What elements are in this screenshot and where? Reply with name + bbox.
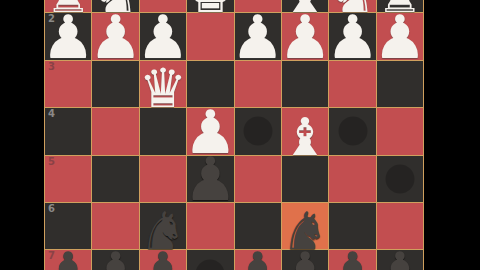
- square-c4[interactable]: ♝: [282, 108, 328, 154]
- square-c2[interactable]: ♟: [282, 13, 328, 59]
- square-f2[interactable]: ♟: [140, 13, 186, 59]
- square-g7[interactable]: ♟: [92, 250, 138, 270]
- square-a4[interactable]: [377, 108, 423, 154]
- square-h7[interactable]: 7♟: [45, 250, 91, 270]
- square-a3[interactable]: [377, 61, 423, 107]
- piece-white-pawn[interactable]: ♟: [373, 7, 427, 67]
- square-e7[interactable]: [187, 250, 233, 270]
- square-f5[interactable]: [140, 156, 186, 202]
- square-h5[interactable]: 5: [45, 156, 91, 202]
- square-d5[interactable]: [235, 156, 281, 202]
- piece-black-pawn[interactable]: ♟: [136, 244, 190, 270]
- piece-white-pawn[interactable]: ♟: [231, 7, 285, 67]
- square-e1[interactable]: ♚: [187, 0, 233, 12]
- legal-move-dot-b4[interactable]: [338, 117, 367, 146]
- square-d4[interactable]: [235, 108, 281, 154]
- chess-board: ♜♞♚♝♞♜2♟♟♟♟♟♟♟3♛4♟♝5♟6♞♞7♟♟♟♟♟♟♟♜♝♚♛♝♜: [44, 0, 424, 270]
- square-c3[interactable]: [282, 61, 328, 107]
- piece-black-pawn[interactable]: ♟: [231, 244, 285, 270]
- piece-white-pawn[interactable]: ♟: [41, 7, 95, 67]
- square-b2[interactable]: ♟: [329, 13, 375, 59]
- square-b3[interactable]: [329, 61, 375, 107]
- square-b4[interactable]: [329, 108, 375, 154]
- square-e6[interactable]: [187, 203, 233, 249]
- piece-black-pawn[interactable]: ♟: [326, 244, 380, 270]
- square-e2[interactable]: [187, 13, 233, 59]
- legal-move-dot-e7[interactable]: [196, 259, 225, 270]
- square-d3[interactable]: [235, 61, 281, 107]
- square-g5[interactable]: [92, 156, 138, 202]
- square-g3[interactable]: [92, 61, 138, 107]
- square-a2[interactable]: ♟: [377, 13, 423, 59]
- square-g4[interactable]: [92, 108, 138, 154]
- square-a5[interactable]: [377, 156, 423, 202]
- square-c5[interactable]: [282, 156, 328, 202]
- square-b7[interactable]: ♟: [329, 250, 375, 270]
- piece-white-pawn[interactable]: ♟: [326, 7, 380, 67]
- rank-label-5: 5: [48, 157, 55, 167]
- legal-move-dot-a5[interactable]: [385, 164, 414, 193]
- piece-white-pawn[interactable]: ♟: [278, 7, 332, 67]
- square-d2[interactable]: ♟: [235, 13, 281, 59]
- square-a7[interactable]: ♟: [377, 250, 423, 270]
- square-b5[interactable]: [329, 156, 375, 202]
- square-f3[interactable]: ♛: [140, 61, 186, 107]
- square-g2[interactable]: ♟: [92, 13, 138, 59]
- piece-black-pawn[interactable]: ♟: [41, 244, 95, 270]
- square-f4[interactable]: [140, 108, 186, 154]
- piece-black-pawn[interactable]: ♟: [183, 149, 237, 209]
- rank-label-6: 6: [48, 204, 55, 214]
- piece-black-pawn[interactable]: ♟: [373, 244, 427, 270]
- piece-black-pawn[interactable]: ♟: [89, 244, 143, 270]
- square-f7[interactable]: ♟: [140, 250, 186, 270]
- legal-move-dot-d4[interactable]: [243, 117, 272, 146]
- square-e5[interactable]: ♟: [187, 156, 233, 202]
- square-c7[interactable]: ♟: [282, 250, 328, 270]
- square-h2[interactable]: 2♟: [45, 13, 91, 59]
- square-d7[interactable]: ♟: [235, 250, 281, 270]
- square-h4[interactable]: 4: [45, 108, 91, 154]
- piece-black-pawn[interactable]: ♟: [278, 244, 332, 270]
- rank-label-3: 3: [48, 62, 55, 72]
- rank-label-4: 4: [48, 109, 55, 119]
- piece-white-pawn[interactable]: ♟: [89, 7, 143, 67]
- square-h3[interactable]: 3: [45, 61, 91, 107]
